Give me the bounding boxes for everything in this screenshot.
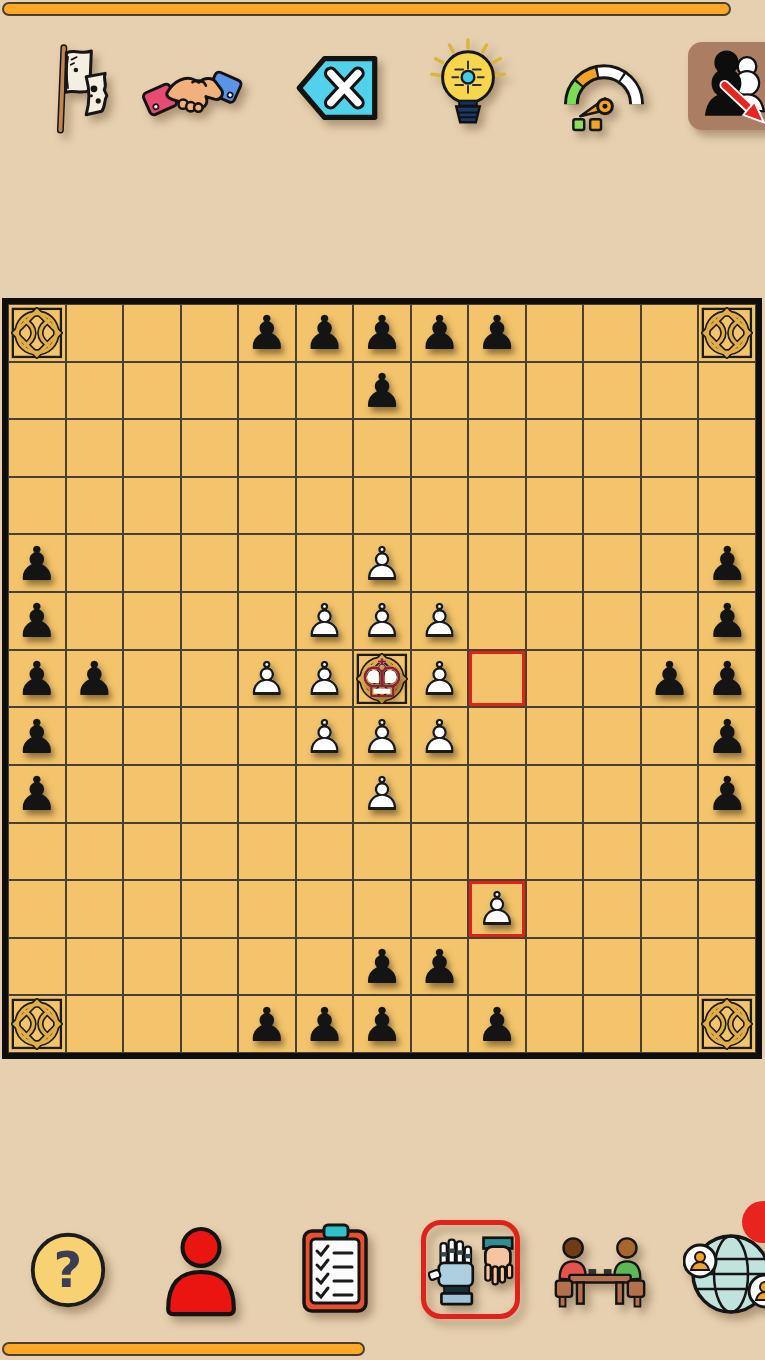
board-cell[interactable] bbox=[238, 880, 296, 938]
board-cell[interactable] bbox=[583, 880, 641, 938]
board-cell[interactable] bbox=[641, 419, 699, 477]
board-cell[interactable] bbox=[583, 362, 641, 420]
board-cell[interactable] bbox=[181, 938, 239, 996]
black-pawn[interactable]: ♟ bbox=[16, 540, 58, 587]
board-cell[interactable] bbox=[641, 938, 699, 996]
online-multiplayer-button[interactable] bbox=[683, 1229, 765, 1319]
board-cell[interactable] bbox=[66, 995, 124, 1053]
black-pawn-glyph: ♟ bbox=[361, 1001, 403, 1048]
white-pawn[interactable]: ♟♙ bbox=[303, 713, 345, 760]
board-cell[interactable] bbox=[353, 823, 411, 881]
board-cell[interactable]: ♟♙ bbox=[411, 650, 469, 708]
board-cell[interactable] bbox=[698, 477, 756, 535]
board-cell[interactable] bbox=[238, 362, 296, 420]
board-cell[interactable] bbox=[123, 477, 181, 535]
board-cell[interactable] bbox=[181, 765, 239, 823]
board-cell[interactable] bbox=[296, 419, 354, 477]
board-cell[interactable] bbox=[411, 880, 469, 938]
black-pawn-glyph: ♟ bbox=[361, 309, 403, 356]
board-cell[interactable] bbox=[411, 534, 469, 592]
black-pawn-glyph: ♟ bbox=[303, 1001, 345, 1048]
king-outline: ♔ bbox=[358, 652, 406, 705]
white-pawn-outline: ♙ bbox=[418, 655, 460, 702]
board-cell[interactable]: ♟ bbox=[468, 995, 526, 1053]
board-cell[interactable]: ♟ bbox=[641, 650, 699, 708]
black-pawn-glyph: ♟ bbox=[16, 655, 58, 702]
board-cell[interactable]: ♟ bbox=[8, 707, 66, 765]
board-cell[interactable] bbox=[66, 362, 124, 420]
board-cell[interactable]: ♚♔ bbox=[353, 650, 411, 708]
board-cell[interactable] bbox=[123, 419, 181, 477]
board-cell[interactable]: ♟ bbox=[353, 938, 411, 996]
board-cell[interactable] bbox=[181, 592, 239, 650]
black-pawn[interactable]: ♟ bbox=[361, 309, 403, 356]
board-cell[interactable] bbox=[641, 362, 699, 420]
app-screen: ♟♟♟♟♟ ♟♟♟♙♟♟♟♙♟♙♟♙♟♟♟♟♙♟♙ ♚♔♟♙♟♟♟♟♙♟♙♟♙♟… bbox=[0, 0, 765, 1360]
board-cell[interactable]: ♟ bbox=[8, 534, 66, 592]
black-pawn[interactable]: ♟ bbox=[361, 943, 403, 990]
board-cell[interactable] bbox=[526, 880, 584, 938]
board-cell[interactable] bbox=[296, 362, 354, 420]
board-cell[interactable] bbox=[468, 419, 526, 477]
white-pawn[interactable]: ♟♙ bbox=[476, 885, 518, 932]
board-cell[interactable] bbox=[583, 592, 641, 650]
two-players-table-icon bbox=[552, 1232, 648, 1310]
black-pawn-glyph: ♟ bbox=[418, 309, 460, 356]
help-button[interactable]: ? bbox=[28, 1230, 108, 1310]
black-pawn[interactable]: ♟ bbox=[16, 770, 58, 817]
board-cell[interactable] bbox=[66, 419, 124, 477]
white-pawn-outline: ♙ bbox=[361, 540, 403, 587]
white-pawn-outline: ♙ bbox=[303, 655, 345, 702]
white-pawn[interactable]: ♟♙ bbox=[246, 655, 288, 702]
board-cell[interactable] bbox=[296, 477, 354, 535]
white-pawn[interactable]: ♟♙ bbox=[303, 655, 345, 702]
top-progress-bar bbox=[2, 2, 731, 16]
board-cell[interactable] bbox=[8, 995, 66, 1053]
black-pawn[interactable]: ♟ bbox=[706, 655, 748, 702]
globe-players-icon bbox=[683, 1229, 765, 1319]
white-pawn[interactable]: ♟♙ bbox=[303, 597, 345, 644]
board-cell[interactable] bbox=[66, 823, 124, 881]
board-cell[interactable] bbox=[583, 650, 641, 708]
board-cell[interactable] bbox=[583, 419, 641, 477]
white-pawn-outline: ♙ bbox=[246, 655, 288, 702]
lightbulb-icon bbox=[424, 38, 512, 136]
corner-knot-icon bbox=[11, 307, 63, 359]
board-cell[interactable] bbox=[698, 304, 756, 362]
corner-knot-icon bbox=[11, 998, 63, 1050]
white-pawn[interactable]: ♟♙ bbox=[418, 655, 460, 702]
board-cell[interactable] bbox=[181, 419, 239, 477]
board-cell[interactable] bbox=[698, 880, 756, 938]
white-pawn-outline: ♙ bbox=[418, 597, 460, 644]
board-cell[interactable] bbox=[238, 419, 296, 477]
vs-computer-button[interactable] bbox=[421, 1220, 520, 1319]
move-list-button[interactable] bbox=[300, 1222, 372, 1316]
board-cell[interactable] bbox=[66, 765, 124, 823]
white-pawn[interactable]: ♟♙ bbox=[361, 770, 403, 817]
robot-hand-human-hand-icon bbox=[428, 1227, 514, 1313]
board-cell[interactable] bbox=[66, 534, 124, 592]
board-cell[interactable] bbox=[698, 362, 756, 420]
board-cell[interactable]: ♟ bbox=[8, 650, 66, 708]
board-cell[interactable] bbox=[641, 765, 699, 823]
black-pawn-glyph: ♟ bbox=[303, 309, 345, 356]
board-cell[interactable] bbox=[66, 592, 124, 650]
black-pawn[interactable]: ♟ bbox=[706, 713, 748, 760]
black-pawn[interactable]: ♟ bbox=[361, 1001, 403, 1048]
corner-knot-icon bbox=[701, 307, 753, 359]
board-cell[interactable] bbox=[66, 938, 124, 996]
black-pawn-glyph: ♟ bbox=[16, 540, 58, 587]
board-cell[interactable]: ♟♙ bbox=[296, 707, 354, 765]
black-pawn[interactable]: ♟ bbox=[246, 1001, 288, 1048]
white-pawn[interactable]: ♟♙ bbox=[361, 713, 403, 760]
board-cell[interactable] bbox=[123, 650, 181, 708]
black-pawn-glyph: ♟ bbox=[706, 597, 748, 644]
board-cell[interactable] bbox=[123, 304, 181, 362]
board-cell[interactable]: ♟ bbox=[238, 995, 296, 1053]
black-pawn[interactable]: ♟ bbox=[706, 770, 748, 817]
board-cell[interactable] bbox=[526, 477, 584, 535]
undo-button[interactable] bbox=[293, 52, 381, 124]
board-cell[interactable] bbox=[353, 880, 411, 938]
board-cell[interactable] bbox=[181, 304, 239, 362]
board-cell[interactable] bbox=[66, 880, 124, 938]
board-cell[interactable] bbox=[583, 534, 641, 592]
board-cell[interactable] bbox=[181, 650, 239, 708]
board-cell[interactable] bbox=[411, 823, 469, 881]
black-pawn-glyph: ♟ bbox=[418, 943, 460, 990]
board-cell[interactable] bbox=[641, 995, 699, 1053]
board-cell[interactable] bbox=[641, 304, 699, 362]
offer-draw-button[interactable] bbox=[140, 52, 244, 132]
black-pawn[interactable]: ♟ bbox=[16, 655, 58, 702]
board-cell[interactable] bbox=[123, 534, 181, 592]
black-pawn[interactable]: ♟ bbox=[16, 597, 58, 644]
black-pawn-glyph: ♟ bbox=[246, 309, 288, 356]
board-cell[interactable]: ♟♙ bbox=[411, 592, 469, 650]
board-cell[interactable] bbox=[411, 477, 469, 535]
board-cell[interactable] bbox=[526, 419, 584, 477]
white-pawn-outline: ♙ bbox=[303, 597, 345, 644]
board-cell[interactable] bbox=[8, 938, 66, 996]
white-pawn[interactable]: ♟♙ bbox=[418, 597, 460, 644]
black-pawn-glyph: ♟ bbox=[246, 1001, 288, 1048]
board-cell[interactable] bbox=[353, 477, 411, 535]
white-pawn-outline: ♙ bbox=[303, 713, 345, 760]
help-glyph: ? bbox=[54, 1241, 83, 1299]
board-cell[interactable]: ♟ bbox=[411, 304, 469, 362]
board-cell[interactable] bbox=[583, 938, 641, 996]
board-cell[interactable] bbox=[181, 707, 239, 765]
board-cell[interactable] bbox=[526, 823, 584, 881]
black-pawn-glyph: ♟ bbox=[361, 367, 403, 414]
board-cell[interactable]: ♟ bbox=[468, 304, 526, 362]
board-cell[interactable] bbox=[468, 477, 526, 535]
white-pawn-outline: ♙ bbox=[418, 713, 460, 760]
board-cell[interactable]: ♟♙ bbox=[353, 707, 411, 765]
black-pawn-glyph: ♟ bbox=[16, 597, 58, 644]
board-cell[interactable] bbox=[123, 823, 181, 881]
board-cell[interactable] bbox=[411, 765, 469, 823]
black-pawn[interactable]: ♟ bbox=[73, 655, 115, 702]
board-cell[interactable] bbox=[238, 938, 296, 996]
black-pawn-glyph: ♟ bbox=[706, 655, 748, 702]
white-pawn[interactable]: ♟♙ bbox=[361, 540, 403, 587]
board-cell[interactable] bbox=[526, 592, 584, 650]
white-pawn-outline: ♙ bbox=[361, 597, 403, 644]
board-cell[interactable] bbox=[526, 650, 584, 708]
board-cell[interactable]: ♟♙ bbox=[353, 765, 411, 823]
board-cell[interactable] bbox=[526, 765, 584, 823]
board-cell[interactable] bbox=[468, 592, 526, 650]
black-pawn[interactable]: ♟ bbox=[246, 309, 288, 356]
black-pawn-glyph: ♟ bbox=[361, 943, 403, 990]
white-pawn-outline: ♙ bbox=[361, 770, 403, 817]
black-pawn-glyph: ♟ bbox=[649, 655, 691, 702]
board-cell[interactable] bbox=[411, 995, 469, 1053]
board-cell[interactable] bbox=[296, 823, 354, 881]
white-pawn-outline: ♙ bbox=[476, 885, 518, 932]
evaluation-button[interactable] bbox=[558, 48, 648, 132]
black-pawn-glyph: ♟ bbox=[73, 655, 115, 702]
board-cell[interactable]: ♟ bbox=[8, 765, 66, 823]
black-pawn[interactable]: ♟ bbox=[706, 540, 748, 587]
board-cell[interactable] bbox=[238, 592, 296, 650]
side-indicator-button[interactable] bbox=[688, 42, 765, 130]
board-cell[interactable]: ♟ bbox=[698, 650, 756, 708]
board-cell[interactable] bbox=[8, 304, 66, 362]
board-cell[interactable] bbox=[66, 477, 124, 535]
white-pawn-outline: ♙ bbox=[361, 713, 403, 760]
black-pawn-glyph: ♟ bbox=[476, 1001, 518, 1048]
corner-knot-icon bbox=[701, 998, 753, 1050]
board-cell[interactable] bbox=[411, 419, 469, 477]
black-pawn[interactable]: ♟ bbox=[476, 309, 518, 356]
board-cell[interactable] bbox=[123, 707, 181, 765]
board-cell[interactable] bbox=[8, 477, 66, 535]
resign-button[interactable] bbox=[26, 40, 112, 136]
board-cell[interactable]: ♟ bbox=[698, 707, 756, 765]
board-cell[interactable]: ♟♙ bbox=[238, 650, 296, 708]
board-cell[interactable]: ♟ bbox=[353, 362, 411, 420]
board-cell[interactable] bbox=[641, 477, 699, 535]
board-cell[interactable] bbox=[123, 880, 181, 938]
board-cell[interactable] bbox=[583, 707, 641, 765]
board-cell[interactable] bbox=[296, 765, 354, 823]
board-cell[interactable] bbox=[583, 765, 641, 823]
board-cell[interactable] bbox=[583, 995, 641, 1053]
board-cell[interactable] bbox=[698, 419, 756, 477]
board-cell[interactable] bbox=[238, 707, 296, 765]
board-cell[interactable] bbox=[526, 707, 584, 765]
board-cell[interactable]: ♟ bbox=[698, 765, 756, 823]
board-cell[interactable] bbox=[468, 650, 526, 708]
board-cell[interactable] bbox=[468, 823, 526, 881]
board-cell[interactable] bbox=[181, 534, 239, 592]
board-cell[interactable] bbox=[238, 477, 296, 535]
board-cell[interactable]: ♟ bbox=[698, 534, 756, 592]
board-cell[interactable]: ♟♙ bbox=[353, 534, 411, 592]
person-icon bbox=[162, 1222, 240, 1318]
board-cell[interactable]: ♟ bbox=[698, 592, 756, 650]
board-cell[interactable] bbox=[8, 362, 66, 420]
black-pawn[interactable]: ♟ bbox=[649, 655, 691, 702]
black-pawn-glyph: ♟ bbox=[706, 770, 748, 817]
board-cell[interactable] bbox=[181, 477, 239, 535]
black-pawn[interactable]: ♟ bbox=[706, 597, 748, 644]
board-cell[interactable] bbox=[8, 880, 66, 938]
board-cell[interactable] bbox=[181, 823, 239, 881]
board-cell[interactable] bbox=[181, 880, 239, 938]
board-cell[interactable]: ♟ bbox=[66, 650, 124, 708]
board-cell[interactable]: ♟♙ bbox=[296, 650, 354, 708]
white-flag-icon bbox=[26, 40, 112, 136]
board-cell[interactable] bbox=[238, 765, 296, 823]
board-cell[interactable]: ♟ bbox=[353, 995, 411, 1053]
bottom-progress-bar bbox=[2, 1342, 365, 1356]
board-cell[interactable] bbox=[296, 534, 354, 592]
local-two-player-button[interactable] bbox=[552, 1232, 648, 1310]
board-cell[interactable] bbox=[468, 707, 526, 765]
black-pawn[interactable]: ♟ bbox=[16, 713, 58, 760]
board-cell[interactable] bbox=[181, 362, 239, 420]
board-cell[interactable] bbox=[526, 534, 584, 592]
board-cell[interactable] bbox=[296, 938, 354, 996]
black-pawn[interactable]: ♟ bbox=[303, 309, 345, 356]
board-cell[interactable] bbox=[641, 592, 699, 650]
hint-button[interactable] bbox=[424, 38, 512, 136]
board-cell[interactable]: ♟♙ bbox=[353, 592, 411, 650]
clipboard-checklist-icon bbox=[300, 1222, 372, 1316]
board-cell[interactable] bbox=[468, 938, 526, 996]
black-pawn[interactable]: ♟ bbox=[303, 1001, 345, 1048]
board-cell[interactable]: ♟♙ bbox=[296, 592, 354, 650]
board-cell[interactable] bbox=[123, 765, 181, 823]
board-cell[interactable] bbox=[698, 823, 756, 881]
board-cell[interactable] bbox=[123, 995, 181, 1053]
board-cell[interactable] bbox=[8, 419, 66, 477]
board-cell[interactable] bbox=[526, 938, 584, 996]
board-cell[interactable] bbox=[583, 823, 641, 881]
backspace-x-icon bbox=[293, 52, 381, 124]
profile-button[interactable] bbox=[162, 1222, 240, 1318]
board-cell[interactable]: ♟♙ bbox=[468, 880, 526, 938]
black-pawn-turn-icon bbox=[691, 44, 765, 128]
board-cell[interactable] bbox=[526, 304, 584, 362]
board-cell[interactable] bbox=[641, 823, 699, 881]
board-cell[interactable] bbox=[468, 534, 526, 592]
black-pawn[interactable]: ♟ bbox=[418, 943, 460, 990]
board-cell[interactable] bbox=[526, 362, 584, 420]
board-cell[interactable]: ♟ bbox=[411, 938, 469, 996]
board-cell[interactable] bbox=[181, 995, 239, 1053]
gauge-icon bbox=[558, 48, 648, 132]
black-pawn-glyph: ♟ bbox=[476, 309, 518, 356]
board-cell[interactable] bbox=[641, 707, 699, 765]
board-cell[interactable] bbox=[296, 880, 354, 938]
board-cell[interactable] bbox=[698, 938, 756, 996]
board-cell[interactable]: ♟ bbox=[296, 995, 354, 1053]
black-pawn[interactable]: ♟ bbox=[361, 367, 403, 414]
handshake-icon bbox=[140, 52, 244, 132]
board-cell[interactable] bbox=[123, 592, 181, 650]
question-mark-icon: ? bbox=[28, 1230, 108, 1310]
board-cell[interactable] bbox=[238, 534, 296, 592]
white-pawn[interactable]: ♟♙ bbox=[418, 713, 460, 760]
board-cell[interactable] bbox=[468, 362, 526, 420]
board-cell[interactable] bbox=[583, 477, 641, 535]
king-piece[interactable]: ♚♔ bbox=[358, 652, 406, 705]
board-cell[interactable] bbox=[641, 534, 699, 592]
black-pawn-glyph: ♟ bbox=[16, 770, 58, 817]
black-pawn[interactable]: ♟ bbox=[418, 309, 460, 356]
board-cell[interactable]: ♟ bbox=[296, 304, 354, 362]
board-cell[interactable] bbox=[66, 707, 124, 765]
board-cell[interactable] bbox=[238, 823, 296, 881]
board-cell[interactable] bbox=[526, 995, 584, 1053]
board-cell[interactable] bbox=[8, 823, 66, 881]
board-cell[interactable]: ♟♙ bbox=[411, 707, 469, 765]
black-pawn[interactable]: ♟ bbox=[476, 1001, 518, 1048]
white-pawn[interactable]: ♟♙ bbox=[361, 597, 403, 644]
board-cell[interactable] bbox=[66, 304, 124, 362]
board-cell[interactable]: ♟ bbox=[353, 304, 411, 362]
board-cell[interactable] bbox=[468, 765, 526, 823]
black-pawn-glyph: ♟ bbox=[706, 540, 748, 587]
board: ♟♟♟♟♟ ♟♟♟♙♟♟♟♙♟♙♟♙♟♟♟♟♙♟♙ ♚♔♟♙♟♟♟♟♙♟♙♟♙♟… bbox=[2, 298, 762, 1059]
board-cell[interactable] bbox=[698, 995, 756, 1053]
black-pawn-glyph: ♟ bbox=[706, 713, 748, 760]
board-cell[interactable] bbox=[641, 880, 699, 938]
board-cell[interactable] bbox=[411, 362, 469, 420]
black-pawn-glyph: ♟ bbox=[16, 713, 58, 760]
board-cell[interactable] bbox=[123, 362, 181, 420]
board-cell[interactable]: ♟ bbox=[8, 592, 66, 650]
board-cell[interactable] bbox=[353, 419, 411, 477]
board-cell[interactable] bbox=[583, 304, 641, 362]
board-cell[interactable] bbox=[123, 938, 181, 996]
board-cell[interactable]: ♟ bbox=[238, 304, 296, 362]
